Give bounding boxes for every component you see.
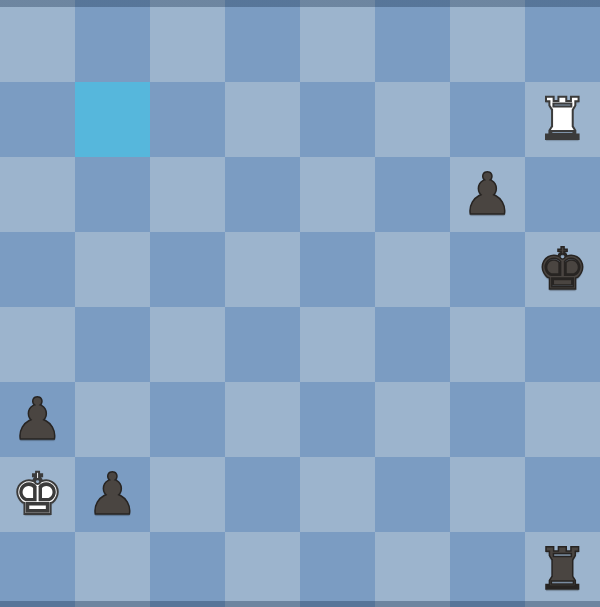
square-c5[interactable] — [150, 232, 225, 307]
square-b5[interactable] — [75, 232, 150, 307]
square-g3[interactable] — [450, 382, 525, 457]
square-a3[interactable]: ♟ — [0, 382, 75, 457]
square-h1[interactable]: ♜ — [525, 532, 600, 607]
square-g7[interactable] — [450, 82, 525, 157]
board-edge-cell-g — [450, 0, 525, 7]
square-c6[interactable] — [150, 157, 225, 232]
piece-white-king-a2[interactable]: ♚ — [12, 457, 64, 532]
board-edge-cell-h — [525, 0, 600, 7]
square-g5[interactable] — [450, 232, 525, 307]
square-e5[interactable] — [300, 232, 375, 307]
square-g6[interactable]: ♟ — [450, 157, 525, 232]
square-d4[interactable] — [225, 307, 300, 382]
square-e7[interactable] — [300, 82, 375, 157]
square-g8[interactable] — [450, 7, 525, 82]
square-a6[interactable] — [0, 157, 75, 232]
square-b1[interactable] — [75, 532, 150, 607]
square-b3[interactable] — [75, 382, 150, 457]
square-a5[interactable] — [0, 232, 75, 307]
square-e4[interactable] — [300, 307, 375, 382]
piece-black-pawn-g6[interactable]: ♟ — [462, 157, 514, 232]
square-d5[interactable] — [225, 232, 300, 307]
square-f8[interactable] — [375, 7, 450, 82]
square-b6[interactable] — [75, 157, 150, 232]
square-f6[interactable] — [375, 157, 450, 232]
square-f4[interactable] — [375, 307, 450, 382]
square-e8[interactable] — [300, 7, 375, 82]
board-edge-cell-e — [300, 0, 375, 7]
board-top-edge — [0, 0, 600, 7]
square-c8[interactable] — [150, 7, 225, 82]
square-e2[interactable] — [300, 457, 375, 532]
square-d6[interactable] — [225, 157, 300, 232]
board-grid: ♜♟♚♟♚♟♜ — [0, 7, 600, 607]
square-h5[interactable]: ♚ — [525, 232, 600, 307]
square-c2[interactable] — [150, 457, 225, 532]
square-c4[interactable] — [150, 307, 225, 382]
square-e3[interactable] — [300, 382, 375, 457]
square-h8[interactable] — [525, 7, 600, 82]
square-d8[interactable] — [225, 7, 300, 82]
square-a4[interactable] — [0, 307, 75, 382]
piece-black-pawn-b2[interactable]: ♟ — [87, 457, 139, 532]
square-d7[interactable] — [225, 82, 300, 157]
square-c7[interactable] — [150, 82, 225, 157]
square-a8[interactable] — [0, 7, 75, 82]
square-a7[interactable] — [0, 82, 75, 157]
piece-black-pawn-a3[interactable]: ♟ — [12, 382, 64, 457]
piece-black-king-h5[interactable]: ♚ — [537, 232, 589, 307]
square-b7[interactable] — [75, 82, 150, 157]
board-edge-cell-a — [0, 0, 75, 7]
square-g4[interactable] — [450, 307, 525, 382]
piece-black-rook-h1[interactable]: ♜ — [537, 532, 589, 607]
square-f7[interactable] — [375, 82, 450, 157]
square-h6[interactable] — [525, 157, 600, 232]
square-h3[interactable] — [525, 382, 600, 457]
board-edge-cell-f — [375, 0, 450, 7]
square-b2[interactable]: ♟ — [75, 457, 150, 532]
square-f5[interactable] — [375, 232, 450, 307]
square-h2[interactable] — [525, 457, 600, 532]
square-f3[interactable] — [375, 382, 450, 457]
square-f2[interactable] — [375, 457, 450, 532]
square-d2[interactable] — [225, 457, 300, 532]
square-b4[interactable] — [75, 307, 150, 382]
square-g2[interactable] — [450, 457, 525, 532]
square-c3[interactable] — [150, 382, 225, 457]
square-e1[interactable] — [300, 532, 375, 607]
piece-white-rook-h7[interactable]: ♜ — [537, 82, 589, 157]
square-h4[interactable] — [525, 307, 600, 382]
board-edge-cell-d — [225, 0, 300, 7]
square-e6[interactable] — [300, 157, 375, 232]
square-a2[interactable]: ♚ — [0, 457, 75, 532]
square-f1[interactable] — [375, 532, 450, 607]
board-edge-cell-b — [75, 0, 150, 7]
square-b8[interactable] — [75, 7, 150, 82]
square-g1[interactable] — [450, 532, 525, 607]
square-a1[interactable] — [0, 532, 75, 607]
square-h7[interactable]: ♜ — [525, 82, 600, 157]
chess-board: ♜♟♚♟♚♟♜ — [0, 0, 600, 607]
square-d3[interactable] — [225, 382, 300, 457]
square-c1[interactable] — [150, 532, 225, 607]
board-edge-cell-c — [150, 0, 225, 7]
square-d1[interactable] — [225, 532, 300, 607]
